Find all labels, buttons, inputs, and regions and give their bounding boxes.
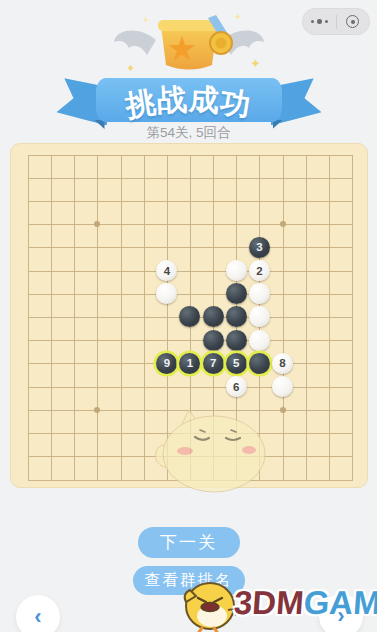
svg-text:✦: ✦ (142, 15, 150, 25)
black-stone (226, 330, 247, 351)
white-stone (226, 260, 247, 281)
app-screen: ★ ✦ ✦ ✦ ✦ 挑战成功 第54关, 5回合 342917586 (0, 0, 377, 632)
level-round-info: 第54关, 5回合 (0, 124, 377, 142)
banner-title: 挑战成功 (125, 80, 253, 121)
white-stone-move-2: 2 (249, 260, 270, 281)
svg-text:✦: ✦ (250, 56, 261, 71)
next-level-button[interactable]: 下一关 (138, 527, 240, 558)
black-stone-move-5: 5 (226, 353, 247, 374)
black-stone (226, 283, 247, 304)
chevron-right-icon: › (337, 603, 344, 629)
white-stone-move-6: 6 (226, 376, 247, 397)
black-stone (179, 306, 200, 327)
white-stone (156, 283, 177, 304)
gomoku-board: 342917586 (10, 143, 368, 488)
black-stone (203, 306, 224, 327)
black-stone-move-7: 7 (203, 353, 224, 374)
black-stone-move-9: 9 (156, 353, 177, 374)
white-stone (249, 330, 270, 351)
white-stone (272, 376, 293, 397)
black-stone (249, 353, 270, 374)
white-stone-move-4: 4 (156, 260, 177, 281)
white-stone (249, 283, 270, 304)
group-ranking-button[interactable]: 查看群排名 (133, 566, 245, 595)
board-intersections: 342917586 (16, 143, 363, 491)
miniprogram-capsule (302, 8, 370, 35)
black-stone (226, 306, 247, 327)
black-stone (203, 330, 224, 351)
chevron-left-icon: ‹ (34, 604, 41, 630)
black-stone-move-1: 1 (179, 353, 200, 374)
more-button[interactable] (303, 9, 336, 34)
white-stone (249, 306, 270, 327)
close-minimize-button[interactable] (337, 9, 370, 34)
svg-text:✦: ✦ (126, 62, 135, 74)
next-nav-button[interactable]: › (319, 594, 363, 632)
white-stone-move-8: 8 (272, 353, 293, 374)
svg-text:★: ★ (168, 32, 195, 65)
black-stone-move-3: 3 (249, 237, 270, 258)
prev-nav-button[interactable]: ‹ (16, 595, 60, 632)
more-icon (311, 19, 329, 24)
svg-text:✦: ✦ (234, 12, 242, 22)
home-circle-icon (346, 15, 359, 28)
left-wing-icon (114, 30, 156, 55)
trophy-graphic: ★ ✦ ✦ ✦ ✦ (104, 10, 274, 84)
